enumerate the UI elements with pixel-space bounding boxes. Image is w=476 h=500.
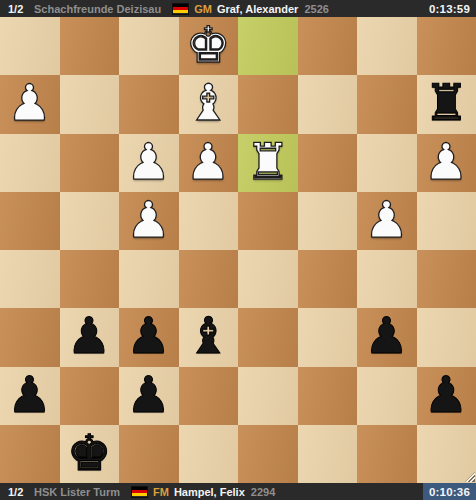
square-a7[interactable]: ♟ (417, 367, 476, 425)
square-b6[interactable]: ♟ (357, 308, 417, 366)
square-e8[interactable] (179, 425, 239, 483)
square-g4[interactable] (60, 192, 120, 250)
square-g5[interactable] (60, 250, 120, 308)
black-pawn[interactable]: ♟ (7, 367, 52, 424)
square-e5[interactable] (179, 250, 239, 308)
top-team-name: Schachfreunde Deizisau (34, 3, 161, 15)
bottom-player-clock: 0:10:36 (423, 483, 476, 500)
white-rook[interactable]: ♜ (245, 134, 290, 191)
square-h3[interactable] (0, 134, 60, 192)
bottom-player-name: Hampel, Felix (174, 486, 245, 498)
square-a8[interactable] (417, 425, 476, 483)
square-a3[interactable]: ♟ (417, 134, 476, 192)
square-h6[interactable] (0, 308, 60, 366)
white-pawn[interactable]: ♟ (186, 134, 231, 191)
square-h4[interactable] (0, 192, 60, 250)
square-g3[interactable] (60, 134, 120, 192)
square-g1[interactable] (60, 17, 120, 75)
top-player-name: Graf, Alexander (217, 3, 299, 15)
square-h5[interactable] (0, 250, 60, 308)
black-pawn[interactable]: ♟ (126, 308, 171, 365)
square-h1[interactable] (0, 17, 60, 75)
square-h7[interactable]: ♟ (0, 367, 60, 425)
square-f3[interactable]: ♟ (119, 134, 179, 192)
square-b5[interactable] (357, 250, 417, 308)
bottom-player-rating: 2294 (251, 486, 275, 498)
bottom-score: 1/2 (8, 486, 34, 498)
bottom-player-title: FM (153, 486, 169, 498)
square-c7[interactable] (298, 367, 358, 425)
top-score: 1/2 (8, 3, 34, 15)
square-c4[interactable] (298, 192, 358, 250)
germany-flag-icon (173, 4, 188, 14)
top-player-title: GM (194, 3, 212, 15)
square-a6[interactable] (417, 308, 476, 366)
white-pawn[interactable]: ♟ (126, 134, 171, 191)
square-c2[interactable] (298, 75, 358, 133)
chess-board[interactable]: ♚♟♝♜♟♟♜♟♟♟♟♟♝♟♟♟♟♚ (0, 17, 476, 483)
square-a1[interactable] (417, 17, 476, 75)
square-e7[interactable] (179, 367, 239, 425)
square-g2[interactable] (60, 75, 120, 133)
black-rook[interactable]: ♜ (424, 75, 469, 132)
black-pawn[interactable]: ♟ (424, 367, 469, 424)
white-king[interactable]: ♚ (186, 17, 231, 74)
square-c1[interactable] (298, 17, 358, 75)
square-c6[interactable] (298, 308, 358, 366)
square-d5[interactable] (238, 250, 298, 308)
square-d7[interactable] (238, 367, 298, 425)
square-e4[interactable] (179, 192, 239, 250)
square-d8[interactable] (238, 425, 298, 483)
square-g8[interactable]: ♚ (60, 425, 120, 483)
square-b8[interactable] (357, 425, 417, 483)
white-pawn[interactable]: ♟ (126, 192, 171, 249)
germany-flag-icon (132, 487, 147, 497)
square-a5[interactable] (417, 250, 476, 308)
square-a2[interactable]: ♜ (417, 75, 476, 133)
white-pawn[interactable]: ♟ (424, 134, 469, 191)
square-e1[interactable]: ♚ (179, 17, 239, 75)
square-e6[interactable]: ♝ (179, 308, 239, 366)
square-c8[interactable] (298, 425, 358, 483)
square-e2[interactable]: ♝ (179, 75, 239, 133)
square-b7[interactable] (357, 367, 417, 425)
square-f1[interactable] (119, 17, 179, 75)
white-pawn[interactable]: ♟ (7, 75, 52, 132)
white-pawn[interactable]: ♟ (364, 192, 409, 249)
square-f8[interactable] (119, 425, 179, 483)
top-player-clock: 0:13:59 (423, 0, 476, 17)
black-pawn[interactable]: ♟ (364, 308, 409, 365)
top-player-rating: 2526 (304, 3, 328, 15)
bottom-player-bar: 1/2 HSK Lister Turm FM Hampel, Felix 229… (0, 483, 476, 500)
square-f6[interactable]: ♟ (119, 308, 179, 366)
square-d4[interactable] (238, 192, 298, 250)
square-b3[interactable] (357, 134, 417, 192)
square-h8[interactable] (0, 425, 60, 483)
black-king[interactable]: ♚ (67, 425, 112, 482)
square-d6[interactable] (238, 308, 298, 366)
black-bishop[interactable]: ♝ (186, 308, 231, 365)
square-f7[interactable]: ♟ (119, 367, 179, 425)
square-e3[interactable]: ♟ (179, 134, 239, 192)
square-d3[interactable]: ♜ (238, 134, 298, 192)
black-pawn[interactable]: ♟ (67, 308, 112, 365)
black-pawn[interactable]: ♟ (126, 367, 171, 424)
square-c3[interactable] (298, 134, 358, 192)
square-f4[interactable]: ♟ (119, 192, 179, 250)
square-c5[interactable] (298, 250, 358, 308)
square-g6[interactable]: ♟ (60, 308, 120, 366)
top-player-bar: 1/2 Schachfreunde Deizisau GM Graf, Alex… (0, 0, 476, 17)
square-g7[interactable] (60, 367, 120, 425)
square-f5[interactable] (119, 250, 179, 308)
square-h2[interactable]: ♟ (0, 75, 60, 133)
white-bishop[interactable]: ♝ (186, 75, 231, 132)
square-b4[interactable]: ♟ (357, 192, 417, 250)
bottom-team-name: HSK Lister Turm (34, 486, 120, 498)
square-d2[interactable] (238, 75, 298, 133)
square-b2[interactable] (357, 75, 417, 133)
square-d1[interactable] (238, 17, 298, 75)
square-b1[interactable] (357, 17, 417, 75)
square-f2[interactable] (119, 75, 179, 133)
square-a4[interactable] (417, 192, 476, 250)
